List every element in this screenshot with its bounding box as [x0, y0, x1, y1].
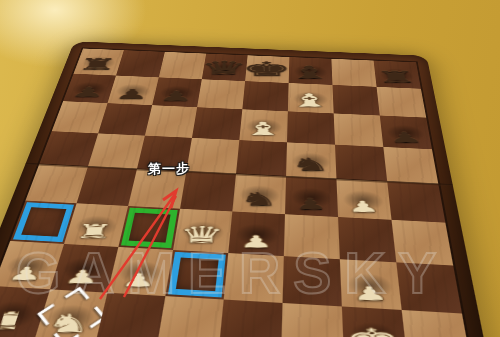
move-arrow [0, 0, 500, 337]
game-window: ♜♛♚♝♜♟♟♟♝♝♟♞♞♟♟♜♛♟♟♟♟♟♜♞♚ GAMERSKY 第一步 [0, 0, 500, 337]
